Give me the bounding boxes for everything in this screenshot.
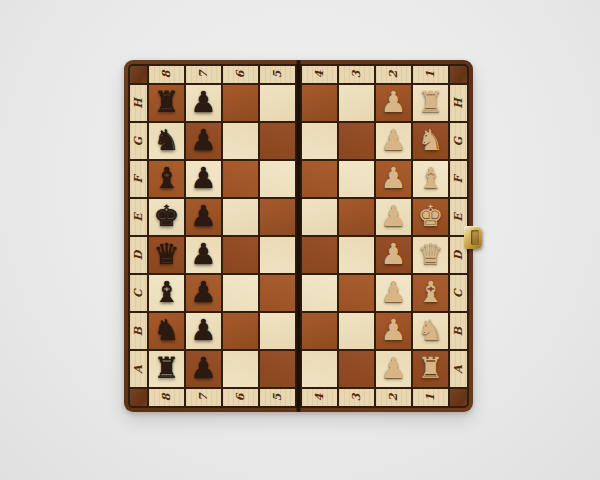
file-label-cell-text: H: [453, 98, 464, 108]
file-label-cell-text: G: [133, 136, 144, 145]
black-pawn[interactable]: ♟: [191, 316, 217, 345]
square-e7[interactable]: ♟: [186, 199, 221, 235]
square-a5[interactable]: [260, 351, 295, 387]
frame-corner: [450, 66, 467, 83]
white-queen[interactable]: ♛: [418, 240, 444, 269]
white-rook[interactable]: ♜: [418, 88, 444, 117]
rank-label-cell-text: 6: [235, 394, 246, 402]
file-label-cell-text: B: [453, 326, 464, 335]
square-c5[interactable]: [260, 275, 295, 311]
square-a6[interactable]: [223, 351, 258, 387]
rank-label-cell: 4: [302, 66, 337, 83]
square-f6[interactable]: [223, 161, 258, 197]
square-b2[interactable]: ♟: [376, 313, 411, 349]
frame-corner: [130, 66, 147, 83]
square-c1[interactable]: ♝: [413, 275, 448, 311]
rank-label-cell-text: 4: [314, 394, 325, 402]
rank-label-cell: 5: [260, 389, 295, 406]
file-label-cell-text: A: [133, 365, 144, 374]
black-rook[interactable]: ♜: [154, 354, 180, 383]
white-bishop[interactable]: ♝: [418, 278, 444, 307]
photo-backdrop: 87654321H♜♟♟♜HG♞♟♟♞GF♝♟♟♝FE♚♟♟♚ED♛♟♟♛DC♝…: [0, 0, 600, 480]
square-c7[interactable]: ♟: [186, 275, 221, 311]
black-pawn[interactable]: ♟: [191, 164, 217, 193]
black-pawn[interactable]: ♟: [191, 126, 217, 155]
file-label-cell: B: [450, 313, 467, 349]
black-pawn[interactable]: ♟: [191, 278, 217, 307]
rank-label-cell: 6: [223, 389, 258, 406]
rank-label-cell-text: 4: [314, 71, 325, 79]
black-pawn[interactable]: ♟: [191, 202, 217, 231]
rank-label-cell: 8: [149, 66, 184, 83]
square-g7[interactable]: ♟: [186, 123, 221, 159]
black-queen[interactable]: ♛: [154, 240, 180, 269]
rank-label-cell: 7: [186, 66, 221, 83]
square-f5[interactable]: [260, 161, 295, 197]
rank-label-cell-text: 6: [235, 71, 246, 79]
rank-label-cell-text: 8: [161, 394, 172, 402]
square-d2[interactable]: ♟: [376, 237, 411, 273]
black-knight[interactable]: ♞: [154, 316, 180, 345]
rank-label-cell: 2: [376, 66, 411, 83]
file-label-cell: B: [130, 313, 147, 349]
file-label-cell-text: D: [453, 250, 464, 260]
file-label-cell-text: H: [133, 98, 144, 108]
file-label-cell-text: E: [453, 213, 464, 221]
square-a3[interactable]: [339, 351, 374, 387]
rank-label-cell-text: 7: [198, 394, 209, 402]
square-c4[interactable]: [302, 275, 337, 311]
square-g3[interactable]: [339, 123, 374, 159]
square-g5[interactable]: [260, 123, 295, 159]
square-e1[interactable]: ♚: [413, 199, 448, 235]
rank-label-cell-text: 3: [351, 394, 362, 402]
square-c3[interactable]: [339, 275, 374, 311]
square-g2[interactable]: ♟: [376, 123, 411, 159]
black-bishop[interactable]: ♝: [154, 164, 180, 193]
file-label-cell-text: C: [133, 289, 144, 298]
white-pawn[interactable]: ♟: [381, 316, 407, 345]
hinge-seam-cell: [297, 66, 300, 83]
square-a7[interactable]: ♟: [186, 351, 221, 387]
square-b1[interactable]: ♞: [413, 313, 448, 349]
file-label-cell: H: [450, 85, 467, 121]
hinge-seam-cell: [297, 85, 300, 121]
rank-label-cell-text: 7: [198, 71, 209, 79]
file-label-cell: G: [130, 123, 147, 159]
black-pawn[interactable]: ♟: [191, 354, 217, 383]
square-d3[interactable]: [339, 237, 374, 273]
hinge-seam-cell: [297, 351, 300, 387]
square-b3[interactable]: [339, 313, 374, 349]
square-b5[interactable]: [260, 313, 295, 349]
black-king[interactable]: ♚: [154, 202, 180, 231]
file-label-cell-text: F: [453, 175, 464, 183]
square-d5[interactable]: [260, 237, 295, 273]
file-label-cell: D: [130, 237, 147, 273]
file-label-cell-text: A: [453, 365, 464, 374]
hinge-seam-cell: [297, 237, 300, 273]
square-f8[interactable]: ♝: [149, 161, 184, 197]
rank-label-cell-text: 5: [272, 394, 283, 402]
file-label-cell: F: [450, 161, 467, 197]
square-b7[interactable]: ♟: [186, 313, 221, 349]
square-e2[interactable]: ♟: [376, 199, 411, 235]
hinge-seam-cell: [297, 161, 300, 197]
square-e3[interactable]: [339, 199, 374, 235]
black-rook[interactable]: ♜: [154, 88, 180, 117]
black-knight[interactable]: ♞: [154, 126, 180, 155]
rank-label-cell-text: 3: [351, 71, 362, 79]
frame-corner: [130, 389, 147, 406]
rank-label-cell: 2: [376, 389, 411, 406]
square-c6[interactable]: [223, 275, 258, 311]
square-h3[interactable]: [339, 85, 374, 121]
hinge-seam-cell: [297, 275, 300, 311]
rank-label-cell-text: 8: [161, 71, 172, 79]
file-label-cell-text: E: [133, 213, 144, 221]
black-bishop[interactable]: ♝: [154, 278, 180, 307]
hinge-seam-cell: [297, 389, 300, 406]
white-pawn[interactable]: ♟: [381, 278, 407, 307]
black-pawn[interactable]: ♟: [191, 240, 217, 269]
white-pawn[interactable]: ♟: [381, 202, 407, 231]
rank-label-cell-text: 1: [425, 394, 436, 402]
board-grid: 87654321H♜♟♟♜HG♞♟♟♞GF♝♟♟♝FE♚♟♟♚ED♛♟♟♛DC♝…: [128, 64, 469, 408]
rank-label-cell: 4: [302, 389, 337, 406]
square-f3[interactable]: [339, 161, 374, 197]
file-label-cell-text: C: [453, 289, 464, 298]
square-h4[interactable]: [302, 85, 337, 121]
file-label-cell: F: [130, 161, 147, 197]
white-bishop[interactable]: ♝: [418, 164, 444, 193]
frame-corner: [450, 389, 467, 406]
square-b6[interactable]: [223, 313, 258, 349]
rank-label-cell-text: 2: [388, 394, 399, 402]
square-g8[interactable]: ♞: [149, 123, 184, 159]
white-knight[interactable]: ♞: [418, 316, 444, 345]
square-h1[interactable]: ♜: [413, 85, 448, 121]
square-e4[interactable]: [302, 199, 337, 235]
square-d7[interactable]: ♟: [186, 237, 221, 273]
black-pawn[interactable]: ♟: [191, 88, 217, 117]
square-b4[interactable]: [302, 313, 337, 349]
white-rook[interactable]: ♜: [418, 354, 444, 383]
file-label-cell: C: [450, 275, 467, 311]
white-king[interactable]: ♚: [418, 202, 444, 231]
square-c8[interactable]: ♝: [149, 275, 184, 311]
square-b8[interactable]: ♞: [149, 313, 184, 349]
square-f2[interactable]: ♟: [376, 161, 411, 197]
latch-loop: [471, 230, 479, 245]
white-pawn[interactable]: ♟: [381, 240, 407, 269]
hinge-seam-cell: [297, 123, 300, 159]
square-a1[interactable]: ♜: [413, 351, 448, 387]
rank-label-cell-text: 1: [425, 71, 436, 79]
square-e5[interactable]: [260, 199, 295, 235]
file-label-cell-text: F: [133, 175, 144, 183]
square-c2[interactable]: ♟: [376, 275, 411, 311]
rank-label-cell: 1: [413, 66, 448, 83]
square-h2[interactable]: ♟: [376, 85, 411, 121]
square-h5[interactable]: [260, 85, 295, 121]
rank-label-cell: 5: [260, 66, 295, 83]
hinge-seam-cell: [297, 199, 300, 235]
white-pawn[interactable]: ♟: [381, 126, 407, 155]
square-h7[interactable]: ♟: [186, 85, 221, 121]
rank-label-cell-text: 2: [388, 71, 399, 79]
square-e8[interactable]: ♚: [149, 199, 184, 235]
rank-label-cell-text: 5: [272, 71, 283, 79]
file-label-cell: G: [450, 123, 467, 159]
white-pawn[interactable]: ♟: [381, 354, 407, 383]
square-g6[interactable]: [223, 123, 258, 159]
file-label-cell: A: [130, 351, 147, 387]
square-h8[interactable]: ♜: [149, 85, 184, 121]
square-a4[interactable]: [302, 351, 337, 387]
square-d4[interactable]: [302, 237, 337, 273]
square-d6[interactable]: [223, 237, 258, 273]
chess-board: 87654321H♜♟♟♜HG♞♟♟♞GF♝♟♟♝FE♚♟♟♚ED♛♟♟♛DC♝…: [124, 60, 473, 412]
square-f4[interactable]: [302, 161, 337, 197]
white-knight[interactable]: ♞: [418, 126, 444, 155]
rank-label-cell: 6: [223, 66, 258, 83]
square-d1[interactable]: ♛: [413, 237, 448, 273]
square-e6[interactable]: [223, 199, 258, 235]
file-label-cell-text: G: [453, 136, 464, 145]
rank-label-cell: 1: [413, 389, 448, 406]
rank-label-cell: 3: [339, 389, 374, 406]
file-label-cell: E: [130, 199, 147, 235]
square-a2[interactable]: ♟: [376, 351, 411, 387]
file-label-cell: C: [130, 275, 147, 311]
white-pawn[interactable]: ♟: [381, 88, 407, 117]
square-g4[interactable]: [302, 123, 337, 159]
square-f1[interactable]: ♝: [413, 161, 448, 197]
brass-latch-icon: [464, 226, 482, 249]
square-f7[interactable]: ♟: [186, 161, 221, 197]
rank-label-cell: 3: [339, 66, 374, 83]
file-label-cell-text: D: [133, 250, 144, 260]
rank-label-cell: 7: [186, 389, 221, 406]
square-d8[interactable]: ♛: [149, 237, 184, 273]
white-pawn[interactable]: ♟: [381, 164, 407, 193]
hinge-seam-cell: [297, 313, 300, 349]
rank-label-cell: 8: [149, 389, 184, 406]
square-a8[interactable]: ♜: [149, 351, 184, 387]
file-label-cell-text: B: [133, 326, 144, 335]
file-label-cell: A: [450, 351, 467, 387]
square-h6[interactable]: [223, 85, 258, 121]
square-g1[interactable]: ♞: [413, 123, 448, 159]
file-label-cell: H: [130, 85, 147, 121]
